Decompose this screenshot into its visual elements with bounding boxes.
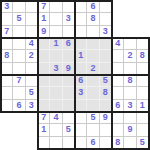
grid-line-horizontal	[0, 0, 113, 2]
cell-r8c5[interactable]	[50, 87, 62, 99]
cell-r11c11[interactable]: 9	[124, 124, 136, 136]
cell-r8c11[interactable]	[124, 87, 136, 99]
cell-r4c2[interactable]	[13, 38, 25, 50]
cell-r1c2[interactable]	[13, 1, 25, 13]
void-r1c12	[137, 1, 149, 13]
cell-r10c5[interactable]: 4	[50, 112, 62, 124]
grid-line-horizontal	[37, 148, 150, 150]
grid-line-horizontal	[0, 37, 150, 39]
cell-r4c10[interactable]: 4	[112, 38, 124, 50]
cell-r8c4[interactable]	[38, 87, 50, 99]
void-r11c1	[1, 124, 13, 136]
grid-line-vertical	[148, 37, 150, 150]
void-r2c11	[124, 13, 136, 25]
cell-r1c8[interactable]: 6	[87, 1, 99, 13]
grid-line-vertical	[0, 0, 2, 113]
cell-r11c7[interactable]	[75, 124, 87, 136]
cell-r7c4[interactable]	[38, 75, 50, 87]
cell-r4c8[interactable]	[87, 38, 99, 50]
cell-r5c1[interactable]: 8	[1, 50, 13, 62]
cell-r5c11[interactable]: 2	[124, 50, 136, 62]
cell-r5c2[interactable]	[13, 50, 25, 62]
cell-r1c1[interactable]: 3	[1, 1, 13, 13]
cell-r2c1[interactable]	[1, 13, 13, 25]
cell-r7c5[interactable]	[50, 75, 62, 87]
cell-r10c10[interactable]	[112, 112, 124, 124]
void-r11c2	[13, 124, 25, 136]
cell-r4c7[interactable]	[75, 38, 87, 50]
grid-line-horizontal	[0, 74, 150, 76]
cell-r11c8[interactable]	[87, 124, 99, 136]
cell-r1c4[interactable]: 7	[38, 1, 50, 13]
cell-r2c7[interactable]	[75, 13, 87, 25]
sudoku-board: 3765138793416482128392765853863631745915…	[0, 0, 150, 150]
cell-r8c2[interactable]	[13, 87, 25, 99]
cell-r2c8[interactable]: 8	[87, 13, 99, 25]
cell-r4c5[interactable]: 1	[50, 38, 62, 50]
cell-r1c7[interactable]	[75, 1, 87, 13]
cell-r8c8[interactable]	[87, 87, 99, 99]
grid-line-horizontal	[0, 111, 150, 113]
cell-r10c8[interactable]: 5	[87, 112, 99, 124]
cell-r5c4[interactable]	[38, 50, 50, 62]
cell-r5c7[interactable]: 1	[75, 50, 87, 62]
cell-r7c11[interactable]: 8	[124, 75, 136, 87]
cell-r4c11[interactable]	[124, 38, 136, 50]
cell-r10c7[interactable]	[75, 112, 87, 124]
cell-r2c4[interactable]: 1	[38, 13, 50, 25]
cell-r8c1[interactable]	[1, 87, 13, 99]
void-r10c1	[1, 112, 13, 124]
void-r2c10	[112, 13, 124, 25]
cell-r8c7[interactable]: 3	[75, 87, 87, 99]
cell-r10c11[interactable]	[124, 112, 136, 124]
cell-r10c4[interactable]: 7	[38, 112, 50, 124]
sudoku-lattice: 3765138793416482128392765853863631745915…	[1, 1, 149, 149]
cell-r5c10[interactable]	[112, 50, 124, 62]
void-r12c1	[1, 137, 13, 149]
cell-r4c4[interactable]	[38, 38, 50, 50]
cell-r2c5[interactable]	[50, 13, 62, 25]
void-r1c11	[124, 1, 136, 13]
cell-r7c8[interactable]	[87, 75, 99, 87]
void-r12c2	[13, 137, 25, 149]
void-r10c2	[13, 112, 25, 124]
void-r2c12	[137, 13, 149, 25]
cell-r11c4[interactable]: 1	[38, 124, 50, 136]
cell-r7c7[interactable]: 6	[75, 75, 87, 87]
cell-r1c5[interactable]	[50, 1, 62, 13]
cell-r5c5[interactable]	[50, 50, 62, 62]
cell-r7c2[interactable]: 7	[13, 75, 25, 87]
cell-r4c1[interactable]	[1, 38, 13, 50]
cell-r7c10[interactable]	[112, 75, 124, 87]
cell-r7c1[interactable]	[1, 75, 13, 87]
cell-r5c8[interactable]	[87, 50, 99, 62]
cell-r8c10[interactable]	[112, 87, 124, 99]
cell-r2c2[interactable]: 5	[13, 13, 25, 25]
cell-r11c10[interactable]	[112, 124, 124, 136]
cell-r11c5[interactable]	[50, 124, 62, 136]
void-r1c10	[112, 1, 124, 13]
